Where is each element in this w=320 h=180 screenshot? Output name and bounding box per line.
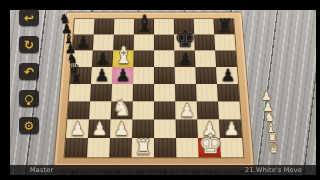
square-c1[interactable] [109,138,132,157]
captured-queen: ♛ [269,143,280,155]
square-b5[interactable]: ♟ [91,67,113,84]
square-h2[interactable]: ♟ [219,119,242,138]
square-g5[interactable] [195,67,217,84]
piece-white-pawn[interactable]: ♟ [91,120,107,138]
square-f3[interactable]: ♟ [175,101,197,119]
difficulty-label: Master [30,165,53,175]
square-h3[interactable] [218,101,241,119]
square-e4[interactable] [154,84,175,101]
restart-icon: ↻ [24,39,34,51]
square-d4[interactable] [133,84,154,101]
lightbulb-icon [25,95,33,103]
undo-button[interactable]: ↶ [19,63,39,80]
square-g7[interactable] [194,35,215,51]
chessboard: ♝♜♟♚♟♝♟♟♟♟♞♟♟♟♟♟♟♜♚ [53,12,255,167]
captured-rook: ♜ [70,72,82,85]
chessboard-3d-scene: ♝♜♟♚♟♝♟♟♟♟♞♟♟♟♟♟♟♜♚ [60,0,248,178]
square-e8[interactable] [154,19,174,35]
square-g4[interactable] [196,84,218,101]
square-g8[interactable] [194,19,215,35]
square-a2[interactable]: ♟ [66,119,89,138]
king-alert-marks [181,21,188,26]
square-e5[interactable] [154,67,175,84]
square-c3[interactable]: ♞ [111,101,133,119]
square-a1[interactable] [65,138,88,157]
piece-white-pawn[interactable]: ♟ [113,120,129,138]
chess-app-screen: ♝♜♟♚♟♝♟♟♟♟♞♟♟♟♟♟♟♜♚ ♞♟♝♟♞♛♜ ♟♟♞♝♜♛ ↩↻↶⚙ … [0,0,320,180]
square-f4[interactable] [175,84,197,101]
piece-white-pawn[interactable]: ♟ [223,120,239,138]
square-h8[interactable]: ♜ [213,19,234,35]
letterbox-left [0,0,10,180]
letterbox-bottom [0,175,320,180]
letterbox-right [316,0,320,180]
piece-black-pawn[interactable]: ♟ [94,67,109,84]
square-h5[interactable]: ♟ [216,67,238,84]
settings-button[interactable]: ⚙ [19,117,39,134]
move-indicator: 21.White's Move [245,165,302,175]
piece-black-pawn[interactable]: ♟ [75,34,90,51]
square-d8[interactable]: ♝ [134,19,154,35]
square-e2[interactable] [154,119,176,138]
piece-black-pawn[interactable]: ♟ [220,67,235,84]
square-f5[interactable] [175,67,196,84]
square-d1[interactable]: ♜ [132,138,154,157]
piece-black-king[interactable]: ♚ [174,26,196,50]
square-b8[interactable] [94,19,115,35]
piece-black-bishop[interactable]: ♝ [134,13,154,35]
restart-button[interactable]: ↻ [19,36,39,53]
square-h4[interactable] [217,84,239,101]
square-a3[interactable] [67,101,90,119]
square-g3[interactable] [197,101,219,119]
piece-white-pawn[interactable]: ♟ [69,120,85,138]
square-c8[interactable] [114,19,134,35]
square-c2[interactable]: ♟ [110,119,132,138]
piece-black-pawn[interactable]: ♟ [115,67,130,84]
back-button[interactable]: ↩ [19,9,39,26]
square-b3[interactable] [89,101,111,119]
return-arrow-icon: ↩ [24,12,34,24]
square-e3[interactable] [154,101,176,119]
square-e1[interactable] [154,138,176,157]
piece-white-rook[interactable]: ♜ [134,137,152,157]
square-b2[interactable]: ♟ [88,119,111,138]
status-bar: Master 21.White's Move [0,165,320,175]
square-d7[interactable] [134,35,154,51]
square-h1[interactable] [220,138,243,157]
piece-white-bishop[interactable]: ♝ [113,44,133,67]
piece-black-rook[interactable]: ♜ [216,16,232,34]
hint-button[interactable] [19,90,39,107]
square-d5[interactable] [133,67,154,84]
letterbox-top [0,0,320,10]
square-c5[interactable]: ♟ [112,67,133,84]
square-f1[interactable] [176,138,199,157]
square-b4[interactable] [90,84,112,101]
piece-white-knight[interactable]: ♞ [112,98,131,120]
square-g1[interactable]: ♚ [198,138,221,157]
square-f2[interactable] [176,119,198,138]
square-a4[interactable] [69,84,91,101]
board-grid: ♝♜♟♚♟♝♟♟♟♟♞♟♟♟♟♟♟♜♚ [63,18,244,158]
piece-white-pawn[interactable]: ♟ [179,102,195,120]
piece-black-pawn[interactable]: ♟ [178,50,193,67]
square-h7[interactable] [214,35,235,51]
undo-icon: ↶ [24,66,34,78]
piece-white-king[interactable]: ♚ [198,131,222,158]
square-e7[interactable] [154,35,174,51]
square-f6[interactable]: ♟ [174,51,195,67]
square-d3[interactable] [132,101,154,119]
square-b1[interactable] [87,138,110,157]
gear-icon: ⚙ [24,120,35,132]
